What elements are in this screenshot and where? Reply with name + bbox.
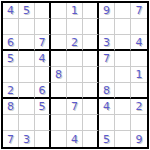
cell-r4-c3-given: 4 bbox=[35, 51, 51, 67]
cell-r8-c2-empty[interactable] bbox=[19, 115, 35, 131]
cell-r2-c9-empty[interactable] bbox=[131, 19, 147, 35]
cell-r5-c9-given: 1 bbox=[131, 67, 147, 83]
cell-r6-c9-empty[interactable] bbox=[131, 83, 147, 99]
cell-r1-c7-given: 9 bbox=[99, 3, 115, 19]
cell-r8-c7-empty[interactable] bbox=[99, 115, 115, 131]
cell-r7-c2-empty[interactable] bbox=[19, 99, 35, 115]
cell-r2-c6-empty[interactable] bbox=[83, 19, 99, 35]
cell-r1-c3-empty[interactable] bbox=[35, 3, 51, 19]
cell-r2-c8-empty[interactable] bbox=[115, 19, 131, 35]
cell-r6-c1-given: 2 bbox=[3, 83, 19, 99]
cell-r9-c5-given: 4 bbox=[67, 131, 83, 147]
cell-r4-c7-given: 7 bbox=[99, 51, 115, 67]
cell-r8-c6-empty[interactable] bbox=[83, 115, 99, 131]
cell-r6-c6-empty[interactable] bbox=[83, 83, 99, 99]
cell-r8-c4-empty[interactable] bbox=[51, 115, 67, 131]
cell-r7-c6-empty[interactable] bbox=[83, 99, 99, 115]
cell-r5-c6-empty[interactable] bbox=[83, 67, 99, 83]
cell-r4-c2-empty[interactable] bbox=[19, 51, 35, 67]
cell-r7-c1-given: 8 bbox=[3, 99, 19, 115]
cell-r8-c9-empty[interactable] bbox=[131, 115, 147, 131]
cell-r9-c9-given: 9 bbox=[131, 131, 147, 147]
cell-r5-c1-empty[interactable] bbox=[3, 67, 19, 83]
cell-r4-c8-empty[interactable] bbox=[115, 51, 131, 67]
cell-r8-c1-empty[interactable] bbox=[3, 115, 19, 131]
cell-r8-c5-empty[interactable] bbox=[67, 115, 83, 131]
cell-r2-c7-empty[interactable] bbox=[99, 19, 115, 35]
cell-r9-c4-empty[interactable] bbox=[51, 131, 67, 147]
cell-r4-c6-empty[interactable] bbox=[83, 51, 99, 67]
cell-r7-c5-given: 7 bbox=[67, 99, 83, 115]
cell-r8-c8-empty[interactable] bbox=[115, 115, 131, 131]
cell-r5-c7-empty[interactable] bbox=[99, 67, 115, 83]
cell-r1-c5-given: 1 bbox=[67, 3, 83, 19]
cell-r8-c3-empty[interactable] bbox=[35, 115, 51, 131]
cell-r5-c8-empty[interactable] bbox=[115, 67, 131, 83]
cell-r6-c5-empty[interactable] bbox=[67, 83, 83, 99]
cell-r6-c8-empty[interactable] bbox=[115, 83, 131, 99]
cell-r4-c4-empty[interactable] bbox=[51, 51, 67, 67]
cell-r4-c5-empty[interactable] bbox=[67, 51, 83, 67]
cell-r3-c3-given: 7 bbox=[35, 35, 51, 51]
cell-r5-c4-given: 8 bbox=[51, 67, 67, 83]
cell-r4-c9-empty[interactable] bbox=[131, 51, 147, 67]
cell-r3-c5-given: 2 bbox=[67, 35, 83, 51]
cell-r2-c4-empty[interactable] bbox=[51, 19, 67, 35]
cell-r6-c3-given: 6 bbox=[35, 83, 51, 99]
cell-r9-c8-empty[interactable] bbox=[115, 131, 131, 147]
cell-r3-c7-given: 3 bbox=[99, 35, 115, 51]
cell-r1-c1-given: 4 bbox=[3, 3, 19, 19]
cell-r1-c2-given: 5 bbox=[19, 3, 35, 19]
cell-r9-c6-empty[interactable] bbox=[83, 131, 99, 147]
cell-r2-c5-empty[interactable] bbox=[67, 19, 83, 35]
cell-r7-c9-given: 2 bbox=[131, 99, 147, 115]
cell-r9-c1-given: 7 bbox=[3, 131, 19, 147]
cell-r5-c3-empty[interactable] bbox=[35, 67, 51, 83]
cell-r6-c2-empty[interactable] bbox=[19, 83, 35, 99]
sudoku-board: 4519767234547812688574273459 bbox=[1, 1, 149, 149]
cell-r1-c4-empty[interactable] bbox=[51, 3, 67, 19]
cell-r2-c1-empty[interactable] bbox=[3, 19, 19, 35]
cell-r3-c1-given: 6 bbox=[3, 35, 19, 51]
cell-r3-c9-given: 4 bbox=[131, 35, 147, 51]
cell-r6-c7-given: 8 bbox=[99, 83, 115, 99]
cell-r1-c9-given: 7 bbox=[131, 3, 147, 19]
cell-r2-c2-empty[interactable] bbox=[19, 19, 35, 35]
sudoku-page: 4519767234547812688574273459 bbox=[0, 0, 150, 150]
cell-r2-c3-empty[interactable] bbox=[35, 19, 51, 35]
cell-r6-c4-empty[interactable] bbox=[51, 83, 67, 99]
cell-r1-c6-empty[interactable] bbox=[83, 3, 99, 19]
cell-r4-c1-given: 5 bbox=[3, 51, 19, 67]
cell-r7-c8-empty[interactable] bbox=[115, 99, 131, 115]
cell-r1-c8-empty[interactable] bbox=[115, 3, 131, 19]
cell-r3-c4-empty[interactable] bbox=[51, 35, 67, 51]
cell-r9-c2-given: 3 bbox=[19, 131, 35, 147]
cell-r3-c2-empty[interactable] bbox=[19, 35, 35, 51]
cell-r7-c4-empty[interactable] bbox=[51, 99, 67, 115]
cell-r3-c6-empty[interactable] bbox=[83, 35, 99, 51]
cell-r5-c5-empty[interactable] bbox=[67, 67, 83, 83]
cell-r9-c7-given: 5 bbox=[99, 131, 115, 147]
cell-r3-c8-empty[interactable] bbox=[115, 35, 131, 51]
cell-r5-c2-empty[interactable] bbox=[19, 67, 35, 83]
cell-r9-c3-empty[interactable] bbox=[35, 131, 51, 147]
cell-r7-c3-given: 5 bbox=[35, 99, 51, 115]
cell-r7-c7-given: 4 bbox=[99, 99, 115, 115]
